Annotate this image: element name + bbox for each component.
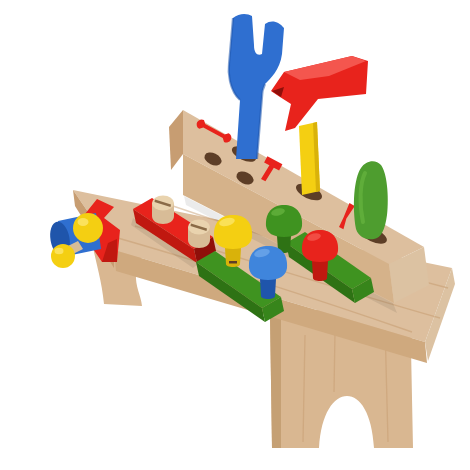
blue-peg-stem [260, 279, 276, 299]
red-peg-stem [312, 261, 328, 281]
toy-workbench-photo [0, 0, 470, 470]
vise-ball-small-highlight [55, 248, 64, 254]
yellow-peg-slot [229, 261, 237, 264]
vise-ball-large-highlight [78, 218, 89, 226]
yellow-peg-stem [225, 248, 241, 267]
wood-screw-1 [152, 196, 174, 225]
vise-ball-large [73, 213, 103, 243]
vise-ball-small [51, 244, 75, 268]
green-tool-handle [354, 161, 388, 239]
product-photo [0, 0, 470, 470]
wood-screw-2 [188, 220, 210, 249]
